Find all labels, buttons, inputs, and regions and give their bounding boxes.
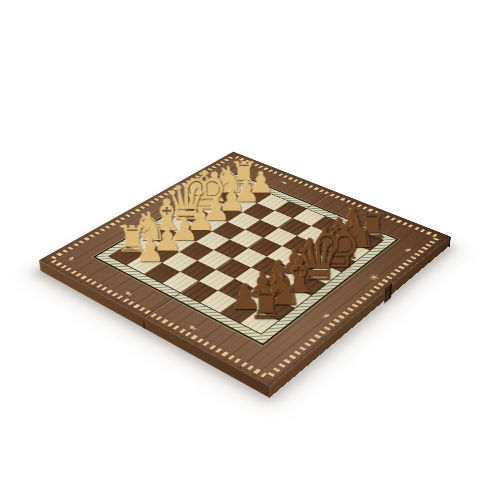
piece-dark-p: ♟ <box>319 214 358 246</box>
piece-light-n: ♞ <box>211 162 247 199</box>
piece-dark-q: ♛ <box>294 234 335 288</box>
piece-dark-n: ♞ <box>339 214 378 254</box>
piece-dark-p: ♟ <box>304 224 343 256</box>
piece-dark-b: ♝ <box>324 220 364 265</box>
piece-dark-k: ♚ <box>309 218 349 276</box>
piece-dark-r: ♜ <box>244 285 287 325</box>
scene: ❧❧❧❧❧❧❧❧❧✳ ♜♞♝♛♚♝♞♜♟♟♟♟♟♟♟♟♟♟♟♟♟♟♟♟♜♞♝♛♚… <box>0 0 500 500</box>
piece-light-b: ♝ <box>196 167 232 208</box>
chess-board: ❧❧❧❧❧❧❧❧❧✳ ♜♞♝♛♚♝♞♜♟♟♟♟♟♟♟♟♟♟♟♟♟♟♟♟♜♞♝♛♚… <box>39 152 449 386</box>
product-photo: ❧❧❧❧❧❧❧❧❧✳ ♜♞♝♛♚♝♞♜♟♟♟♟♟♟♟♟♟♟♟♟♟♟♟♟♜♞♝♛♚… <box>0 0 500 500</box>
pieces-layer: ♜♞♝♛♚♝♞♜♟♟♟♟♟♟♟♟♟♟♟♟♟♟♟♟♜♞♝♛♚♝♞♜ <box>39 152 449 386</box>
piece-light-r: ♜ <box>226 157 261 190</box>
